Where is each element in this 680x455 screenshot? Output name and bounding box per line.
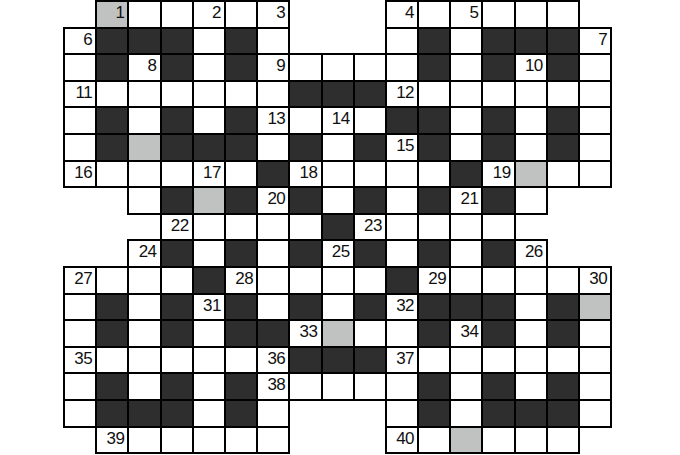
empty-space xyxy=(65,2,95,27)
white-cell[interactable] xyxy=(483,428,513,453)
white-cell[interactable] xyxy=(258,295,288,320)
clue-number: 20 xyxy=(267,189,285,208)
white-cell[interactable]: 40 xyxy=(387,428,417,453)
black-cell xyxy=(290,241,320,266)
white-cell[interactable] xyxy=(65,295,95,320)
white-cell[interactable] xyxy=(65,108,95,133)
white-cell[interactable] xyxy=(355,321,385,346)
gray-cell[interactable] xyxy=(516,162,546,187)
white-cell[interactable] xyxy=(65,374,95,399)
white-cell[interactable] xyxy=(483,348,513,373)
white-cell[interactable] xyxy=(580,401,610,426)
white-cell[interactable]: 13 xyxy=(258,108,288,133)
white-cell[interactable]: 36 xyxy=(258,348,288,373)
white-cell[interactable] xyxy=(548,82,578,107)
white-cell[interactable]: 32 xyxy=(387,295,417,320)
white-cell[interactable] xyxy=(451,268,481,293)
white-cell[interactable] xyxy=(290,374,320,399)
white-cell[interactable] xyxy=(129,374,159,399)
white-cell[interactable] xyxy=(451,401,481,426)
black-cell xyxy=(548,108,578,133)
black-cell xyxy=(483,55,513,80)
white-cell[interactable]: 20 xyxy=(258,188,288,213)
white-cell[interactable] xyxy=(323,135,353,160)
black-cell xyxy=(419,135,449,160)
white-cell[interactable] xyxy=(451,215,481,240)
black-cell xyxy=(226,55,256,80)
empty-space xyxy=(548,215,578,240)
white-cell[interactable] xyxy=(97,162,127,187)
white-cell[interactable] xyxy=(129,268,159,293)
white-cell[interactable]: 21 xyxy=(451,188,481,213)
black-cell xyxy=(483,135,513,160)
clue-number: 31 xyxy=(203,296,221,315)
white-cell[interactable]: 14 xyxy=(323,108,353,133)
white-cell[interactable] xyxy=(194,321,224,346)
black-cell xyxy=(290,348,320,373)
black-cell xyxy=(387,108,417,133)
white-cell[interactable] xyxy=(387,321,417,346)
white-cell[interactable]: 37 xyxy=(387,348,417,373)
black-cell xyxy=(483,188,513,213)
empty-space xyxy=(355,401,385,426)
black-cell xyxy=(162,55,192,80)
white-cell[interactable] xyxy=(548,2,578,27)
clue-number: 22 xyxy=(171,216,189,235)
clue-number: 13 xyxy=(267,109,285,128)
white-cell[interactable] xyxy=(516,268,546,293)
white-cell[interactable] xyxy=(258,215,288,240)
clue-number: 23 xyxy=(364,216,382,235)
black-cell xyxy=(419,29,449,54)
black-cell xyxy=(226,108,256,133)
white-cell[interactable] xyxy=(290,268,320,293)
white-cell[interactable] xyxy=(355,268,385,293)
clue-number: 40 xyxy=(396,429,414,448)
white-cell[interactable] xyxy=(387,401,417,426)
white-cell[interactable] xyxy=(548,268,578,293)
white-cell[interactable] xyxy=(162,82,192,107)
black-cell xyxy=(97,374,127,399)
white-cell[interactable] xyxy=(258,401,288,426)
white-cell[interactable]: 15 xyxy=(387,135,417,160)
white-cell[interactable] xyxy=(258,82,288,107)
gray-cell[interactable] xyxy=(323,321,353,346)
white-cell[interactable] xyxy=(548,428,578,453)
white-cell[interactable]: 4 xyxy=(387,2,417,27)
white-cell[interactable] xyxy=(548,348,578,373)
black-cell xyxy=(548,55,578,80)
white-cell[interactable] xyxy=(355,108,385,133)
white-cell[interactable]: 31 xyxy=(194,295,224,320)
black-cell xyxy=(419,55,449,80)
black-cell xyxy=(483,401,513,426)
black-cell xyxy=(290,295,320,320)
white-cell[interactable]: 2 xyxy=(194,2,224,27)
white-cell[interactable]: 11 xyxy=(65,82,95,107)
white-cell[interactable]: 7 xyxy=(580,29,610,54)
empty-space xyxy=(580,2,610,27)
white-cell[interactable]: 27 xyxy=(65,268,95,293)
black-cell xyxy=(355,241,385,266)
white-cell[interactable] xyxy=(516,321,546,346)
white-cell[interactable] xyxy=(194,108,224,133)
white-cell[interactable]: 19 xyxy=(483,162,513,187)
clue-number: 39 xyxy=(106,429,124,448)
white-cell[interactable] xyxy=(483,215,513,240)
clue-number: 9 xyxy=(276,56,285,75)
white-cell[interactable] xyxy=(483,2,513,27)
white-cell[interactable]: 3 xyxy=(258,2,288,27)
white-cell[interactable]: 25 xyxy=(323,241,353,266)
clue-number: 27 xyxy=(74,269,92,288)
white-cell[interactable] xyxy=(580,55,610,80)
white-cell[interactable] xyxy=(226,215,256,240)
gray-cell[interactable] xyxy=(129,135,159,160)
white-cell[interactable]: 33 xyxy=(290,321,320,346)
black-cell xyxy=(483,374,513,399)
clue-number: 2 xyxy=(212,3,221,22)
white-cell[interactable] xyxy=(419,215,449,240)
empty-space xyxy=(580,188,610,213)
clue-number: 14 xyxy=(332,109,350,128)
black-cell xyxy=(419,241,449,266)
white-cell[interactable] xyxy=(451,348,481,373)
empty-space xyxy=(516,215,546,240)
white-cell[interactable] xyxy=(451,241,481,266)
black-cell xyxy=(355,295,385,320)
white-cell[interactable] xyxy=(516,295,546,320)
black-cell xyxy=(290,188,320,213)
black-cell xyxy=(323,215,353,240)
black-cell xyxy=(419,188,449,213)
empty-space xyxy=(580,215,610,240)
white-cell[interactable] xyxy=(194,55,224,80)
white-cell[interactable]: 6 xyxy=(65,29,95,54)
clue-number: 26 xyxy=(525,242,543,261)
white-cell[interactable] xyxy=(548,162,578,187)
white-cell[interactable]: 23 xyxy=(355,215,385,240)
white-cell[interactable] xyxy=(387,215,417,240)
clue-number: 34 xyxy=(461,322,479,341)
white-cell[interactable] xyxy=(451,135,481,160)
gray-cell[interactable] xyxy=(451,428,481,453)
white-cell[interactable] xyxy=(419,2,449,27)
black-cell xyxy=(226,188,256,213)
black-cell xyxy=(226,401,256,426)
empty-space xyxy=(323,29,353,54)
white-cell[interactable] xyxy=(419,82,449,107)
white-cell[interactable] xyxy=(387,374,417,399)
black-cell xyxy=(97,29,127,54)
black-cell xyxy=(387,268,417,293)
white-cell[interactable] xyxy=(323,55,353,80)
black-cell xyxy=(323,348,353,373)
black-cell xyxy=(290,82,320,107)
white-cell[interactable] xyxy=(516,348,546,373)
white-cell[interactable]: 24 xyxy=(129,241,159,266)
clue-number: 30 xyxy=(589,269,607,288)
white-cell[interactable] xyxy=(323,162,353,187)
white-cell[interactable] xyxy=(290,108,320,133)
clue-number: 19 xyxy=(493,163,511,182)
white-cell[interactable] xyxy=(162,428,192,453)
black-cell xyxy=(226,241,256,266)
clue-number: 10 xyxy=(525,56,543,75)
black-cell xyxy=(548,295,578,320)
white-cell[interactable] xyxy=(290,215,320,240)
white-cell[interactable] xyxy=(419,348,449,373)
empty-space xyxy=(548,241,578,266)
white-cell[interactable] xyxy=(290,55,320,80)
white-cell[interactable] xyxy=(580,374,610,399)
white-cell[interactable] xyxy=(194,348,224,373)
white-cell[interactable]: 5 xyxy=(451,2,481,27)
black-cell xyxy=(97,295,127,320)
black-cell xyxy=(97,55,127,80)
black-cell xyxy=(483,295,513,320)
white-cell[interactable] xyxy=(323,268,353,293)
empty-space xyxy=(290,401,320,426)
white-cell[interactable] xyxy=(355,162,385,187)
white-cell[interactable]: 8 xyxy=(129,55,159,80)
white-cell[interactable] xyxy=(65,401,95,426)
white-cell[interactable] xyxy=(65,321,95,346)
white-cell[interactable] xyxy=(258,268,288,293)
black-cell xyxy=(162,295,192,320)
gray-cell[interactable] xyxy=(580,295,610,320)
clue-number: 36 xyxy=(267,349,285,368)
white-cell[interactable] xyxy=(226,82,256,107)
clue-number: 37 xyxy=(396,349,414,368)
clue-number: 11 xyxy=(76,83,93,102)
clue-number: 33 xyxy=(300,322,318,341)
black-cell xyxy=(516,29,546,54)
clue-number: 21 xyxy=(461,189,479,208)
white-cell[interactable] xyxy=(97,82,127,107)
white-cell[interactable]: 30 xyxy=(580,268,610,293)
white-cell[interactable] xyxy=(226,348,256,373)
empty-space xyxy=(97,215,127,240)
white-cell[interactable]: 39 xyxy=(97,428,127,453)
black-cell xyxy=(483,321,513,346)
black-cell xyxy=(162,108,192,133)
white-cell[interactable] xyxy=(483,82,513,107)
black-cell xyxy=(548,374,578,399)
black-cell xyxy=(258,162,288,187)
empty-space xyxy=(323,428,353,453)
white-cell[interactable] xyxy=(355,55,385,80)
black-cell xyxy=(129,29,159,54)
black-cell xyxy=(419,321,449,346)
white-cell[interactable] xyxy=(258,29,288,54)
black-cell xyxy=(483,29,513,54)
empty-space xyxy=(580,241,610,266)
white-cell[interactable] xyxy=(516,2,546,27)
white-cell[interactable] xyxy=(451,108,481,133)
gray-cell[interactable] xyxy=(194,188,224,213)
clue-number: 38 xyxy=(267,375,285,394)
white-cell[interactable] xyxy=(97,348,127,373)
white-cell[interactable] xyxy=(129,295,159,320)
white-cell[interactable]: 22 xyxy=(162,215,192,240)
white-cell[interactable] xyxy=(162,268,192,293)
white-cell[interactable] xyxy=(516,374,546,399)
empty-space xyxy=(355,29,385,54)
black-cell xyxy=(419,108,449,133)
white-cell[interactable] xyxy=(323,374,353,399)
empty-space xyxy=(65,428,95,453)
white-cell[interactable] xyxy=(162,2,192,27)
black-cell xyxy=(97,401,127,426)
black-cell xyxy=(226,135,256,160)
white-cell[interactable]: 9 xyxy=(258,55,288,80)
white-cell[interactable] xyxy=(258,428,288,453)
black-cell xyxy=(162,401,192,426)
black-cell xyxy=(194,135,224,160)
white-cell[interactable]: 26 xyxy=(516,241,546,266)
clue-number: 4 xyxy=(405,3,414,22)
black-cell xyxy=(162,241,192,266)
white-cell[interactable]: 34 xyxy=(451,321,481,346)
white-cell[interactable] xyxy=(129,2,159,27)
white-cell[interactable] xyxy=(355,374,385,399)
black-cell xyxy=(451,162,481,187)
white-cell[interactable] xyxy=(387,55,417,80)
white-cell[interactable] xyxy=(580,135,610,160)
white-cell[interactable] xyxy=(580,162,610,187)
clue-number: 16 xyxy=(74,163,92,182)
clue-number: 5 xyxy=(469,3,478,22)
white-cell[interactable] xyxy=(580,348,610,373)
black-cell xyxy=(548,135,578,160)
white-cell[interactable]: 38 xyxy=(258,374,288,399)
white-cell[interactable] xyxy=(323,188,353,213)
white-cell[interactable] xyxy=(323,295,353,320)
empty-space xyxy=(355,2,385,27)
white-cell[interactable] xyxy=(580,82,610,107)
clue-number: 25 xyxy=(332,242,350,261)
clue-number: 15 xyxy=(396,136,414,155)
white-cell[interactable] xyxy=(226,162,256,187)
empty-space xyxy=(65,188,95,213)
white-cell[interactable] xyxy=(129,321,159,346)
white-cell[interactable] xyxy=(129,82,159,107)
white-cell[interactable]: 16 xyxy=(65,162,95,187)
white-cell[interactable] xyxy=(194,29,224,54)
gray-cell[interactable]: 1 xyxy=(97,2,127,27)
white-cell[interactable] xyxy=(65,55,95,80)
black-cell xyxy=(451,295,481,320)
white-cell[interactable] xyxy=(483,268,513,293)
white-cell[interactable] xyxy=(129,162,159,187)
white-cell[interactable] xyxy=(516,108,546,133)
white-cell[interactable] xyxy=(387,162,417,187)
white-cell[interactable] xyxy=(226,2,256,27)
white-cell[interactable] xyxy=(194,241,224,266)
empty-space xyxy=(97,241,127,266)
black-cell xyxy=(355,348,385,373)
empty-space xyxy=(290,428,320,453)
white-cell[interactable] xyxy=(580,108,610,133)
white-cell[interactable] xyxy=(162,348,192,373)
white-cell[interactable] xyxy=(97,268,127,293)
white-cell[interactable]: 29 xyxy=(419,268,449,293)
white-cell[interactable]: 17 xyxy=(194,162,224,187)
black-cell xyxy=(548,29,578,54)
white-cell[interactable]: 10 xyxy=(516,55,546,80)
white-cell[interactable] xyxy=(129,428,159,453)
empty-space xyxy=(129,215,159,240)
white-cell[interactable] xyxy=(516,82,546,107)
white-cell[interactable] xyxy=(129,108,159,133)
clue-number: 7 xyxy=(598,30,607,49)
white-cell[interactable] xyxy=(194,374,224,399)
black-cell xyxy=(194,268,224,293)
black-cell xyxy=(129,401,159,426)
black-cell xyxy=(355,82,385,107)
white-cell[interactable] xyxy=(419,162,449,187)
white-cell[interactable] xyxy=(129,188,159,213)
white-cell[interactable] xyxy=(516,428,546,453)
white-cell[interactable] xyxy=(194,401,224,426)
white-cell[interactable] xyxy=(258,241,288,266)
black-cell xyxy=(419,401,449,426)
white-cell[interactable] xyxy=(387,188,417,213)
white-cell[interactable] xyxy=(451,55,481,80)
black-cell xyxy=(226,374,256,399)
black-cell xyxy=(226,321,256,346)
empty-space xyxy=(65,215,95,240)
white-cell[interactable] xyxy=(451,82,481,107)
white-cell[interactable] xyxy=(65,135,95,160)
empty-space xyxy=(290,29,320,54)
black-cell xyxy=(548,321,578,346)
white-cell[interactable] xyxy=(580,321,610,346)
white-cell[interactable] xyxy=(194,215,224,240)
white-cell[interactable]: 18 xyxy=(290,162,320,187)
clue-number: 28 xyxy=(235,269,253,288)
white-cell[interactable] xyxy=(387,29,417,54)
white-cell[interactable] xyxy=(226,428,256,453)
black-cell xyxy=(162,135,192,160)
black-cell xyxy=(97,135,127,160)
black-cell xyxy=(483,108,513,133)
white-cell[interactable] xyxy=(129,348,159,373)
black-cell xyxy=(258,321,288,346)
white-cell[interactable]: 12 xyxy=(387,82,417,107)
white-cell[interactable] xyxy=(387,241,417,266)
white-cell[interactable] xyxy=(451,29,481,54)
white-cell[interactable] xyxy=(194,428,224,453)
white-cell[interactable] xyxy=(419,428,449,453)
white-cell[interactable] xyxy=(451,374,481,399)
black-cell xyxy=(162,188,192,213)
white-cell[interactable]: 35 xyxy=(65,348,95,373)
empty-space xyxy=(323,401,353,426)
black-cell xyxy=(226,295,256,320)
black-cell xyxy=(355,188,385,213)
black-cell xyxy=(483,241,513,266)
black-cell xyxy=(97,108,127,133)
white-cell[interactable] xyxy=(162,162,192,187)
white-cell[interactable] xyxy=(258,135,288,160)
white-cell[interactable] xyxy=(516,135,546,160)
white-cell[interactable] xyxy=(516,188,546,213)
white-cell[interactable]: 28 xyxy=(226,268,256,293)
white-cell[interactable] xyxy=(194,82,224,107)
empty-space xyxy=(580,428,610,453)
